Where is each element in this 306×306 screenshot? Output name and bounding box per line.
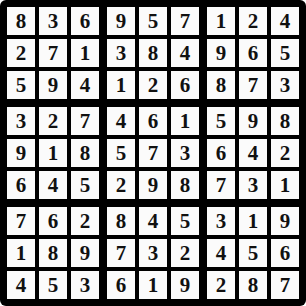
cell-r9c4[interactable]: 6	[107, 271, 135, 299]
cell-r6c4[interactable]: 2	[107, 171, 135, 199]
cell-r1c3[interactable]: 6	[71, 7, 99, 35]
cell-r7c9[interactable]: 9	[271, 207, 299, 235]
cell-r3c7[interactable]: 8	[207, 71, 235, 99]
cell-r4c7[interactable]: 5	[207, 107, 235, 135]
cell-r5c6[interactable]: 3	[171, 139, 199, 167]
cell-r1c2[interactable]: 3	[39, 7, 67, 35]
cell-r5c5[interactable]: 7	[139, 139, 167, 167]
cell-r3c1[interactable]: 5	[7, 71, 35, 99]
cell-r4c4[interactable]: 4	[107, 107, 135, 135]
block-8: 845732619	[107, 207, 199, 299]
block-4: 327918645	[7, 107, 99, 199]
cell-r8c2[interactable]: 8	[39, 239, 67, 267]
cell-r8c6[interactable]: 2	[171, 239, 199, 267]
cell-r5c9[interactable]: 2	[271, 139, 299, 167]
cell-r8c8[interactable]: 5	[239, 239, 267, 267]
cell-r2c1[interactable]: 2	[7, 39, 35, 67]
block-3: 124965873	[207, 7, 299, 99]
block-7: 762189453	[7, 207, 99, 299]
cell-r3c6[interactable]: 6	[171, 71, 199, 99]
cell-r4c8[interactable]: 9	[239, 107, 267, 135]
cell-r8c7[interactable]: 4	[207, 239, 235, 267]
block-6: 598642731	[207, 107, 299, 199]
cell-r4c6[interactable]: 1	[171, 107, 199, 135]
cell-r2c8[interactable]: 6	[239, 39, 267, 67]
cell-r4c1[interactable]: 3	[7, 107, 35, 135]
cell-r1c4[interactable]: 9	[107, 7, 135, 35]
cell-r1c1[interactable]: 8	[7, 7, 35, 35]
cell-r4c9[interactable]: 8	[271, 107, 299, 135]
cell-r1c8[interactable]: 2	[239, 7, 267, 35]
cell-r9c5[interactable]: 1	[139, 271, 167, 299]
cell-r8c1[interactable]: 1	[7, 239, 35, 267]
cell-r2c3[interactable]: 1	[71, 39, 99, 67]
cell-r8c5[interactable]: 3	[139, 239, 167, 267]
cell-r3c2[interactable]: 9	[39, 71, 67, 99]
cell-r6c6[interactable]: 8	[171, 171, 199, 199]
cell-r3c8[interactable]: 7	[239, 71, 267, 99]
cell-r3c5[interactable]: 2	[139, 71, 167, 99]
cell-r1c9[interactable]: 4	[271, 7, 299, 35]
cell-r5c2[interactable]: 1	[39, 139, 67, 167]
cell-r2c6[interactable]: 4	[171, 39, 199, 67]
cell-r5c1[interactable]: 9	[7, 139, 35, 167]
cell-r6c2[interactable]: 4	[39, 171, 67, 199]
cell-r5c4[interactable]: 5	[107, 139, 135, 167]
cell-r4c2[interactable]: 2	[39, 107, 67, 135]
cell-r6c5[interactable]: 9	[139, 171, 167, 199]
cell-r7c8[interactable]: 1	[239, 207, 267, 235]
block-2: 957384126	[107, 7, 199, 99]
cell-r2c2[interactable]: 7	[39, 39, 67, 67]
cell-r9c9[interactable]: 7	[271, 271, 299, 299]
cell-r5c3[interactable]: 8	[71, 139, 99, 167]
cell-r9c6[interactable]: 9	[171, 271, 199, 299]
cell-r5c7[interactable]: 6	[207, 139, 235, 167]
cell-r2c7[interactable]: 9	[207, 39, 235, 67]
sudoku-board: 8362715949573841261249658733279186454615…	[0, 0, 306, 306]
cell-r4c5[interactable]: 6	[139, 107, 167, 135]
cell-r1c6[interactable]: 7	[171, 7, 199, 35]
cell-r9c3[interactable]: 3	[71, 271, 99, 299]
cell-r9c1[interactable]: 4	[7, 271, 35, 299]
cell-r7c2[interactable]: 6	[39, 207, 67, 235]
cell-r2c9[interactable]: 5	[271, 39, 299, 67]
block-5: 461573298	[107, 107, 199, 199]
cell-r7c6[interactable]: 5	[171, 207, 199, 235]
cell-r7c4[interactable]: 8	[107, 207, 135, 235]
cell-r5c8[interactable]: 4	[239, 139, 267, 167]
cell-r1c5[interactable]: 5	[139, 7, 167, 35]
cell-r1c7[interactable]: 1	[207, 7, 235, 35]
cell-r7c3[interactable]: 2	[71, 207, 99, 235]
cell-r7c7[interactable]: 3	[207, 207, 235, 235]
cell-r8c3[interactable]: 9	[71, 239, 99, 267]
cell-r6c9[interactable]: 1	[271, 171, 299, 199]
cell-r9c2[interactable]: 5	[39, 271, 67, 299]
cell-r3c4[interactable]: 1	[107, 71, 135, 99]
cell-r6c8[interactable]: 3	[239, 171, 267, 199]
cell-r8c4[interactable]: 7	[107, 239, 135, 267]
cell-r4c3[interactable]: 7	[71, 107, 99, 135]
cell-r7c1[interactable]: 7	[7, 207, 35, 235]
block-1: 836271594	[7, 7, 99, 99]
cell-r6c7[interactable]: 7	[207, 171, 235, 199]
cell-r9c8[interactable]: 8	[239, 271, 267, 299]
cell-r8c9[interactable]: 6	[271, 239, 299, 267]
cell-r2c4[interactable]: 3	[107, 39, 135, 67]
cell-r6c3[interactable]: 5	[71, 171, 99, 199]
cell-r9c7[interactable]: 2	[207, 271, 235, 299]
cell-r2c5[interactable]: 8	[139, 39, 167, 67]
block-9: 319456287	[207, 207, 299, 299]
cell-r7c5[interactable]: 4	[139, 207, 167, 235]
cell-r6c1[interactable]: 6	[7, 171, 35, 199]
cell-r3c3[interactable]: 4	[71, 71, 99, 99]
cell-r3c9[interactable]: 3	[271, 71, 299, 99]
